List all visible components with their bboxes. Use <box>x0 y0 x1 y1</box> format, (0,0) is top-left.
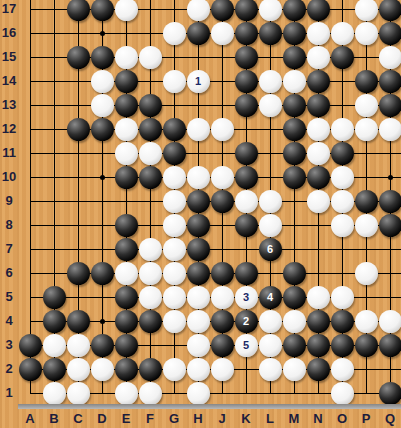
intersection-L11[interactable] <box>258 141 282 165</box>
stone-white-G5[interactable] <box>163 286 186 309</box>
intersection-K16[interactable] <box>234 21 258 45</box>
intersection-N10[interactable] <box>306 165 330 189</box>
stone-white-N15[interactable] <box>307 46 330 69</box>
intersection-C2[interactable] <box>66 357 90 381</box>
intersection-C8[interactable] <box>66 213 90 237</box>
intersection-A11[interactable] <box>18 141 42 165</box>
intersection-J16[interactable] <box>210 21 234 45</box>
intersection-Q12[interactable] <box>378 117 401 141</box>
intersection-G9[interactable] <box>162 189 186 213</box>
intersection-H2[interactable] <box>186 357 210 381</box>
intersection-N1[interactable] <box>306 381 330 405</box>
stone-black-K13[interactable] <box>235 94 258 117</box>
stone-white-Q15[interactable] <box>379 46 401 69</box>
intersection-D2[interactable] <box>90 357 114 381</box>
intersection-K8[interactable] <box>234 213 258 237</box>
stone-black-C15[interactable] <box>67 46 90 69</box>
intersection-B4[interactable] <box>42 309 66 333</box>
stone-white-M2[interactable] <box>283 358 306 381</box>
stone-white-P13[interactable] <box>355 94 378 117</box>
stone-white-E11[interactable] <box>115 142 138 165</box>
stone-white-P17[interactable] <box>355 0 378 21</box>
stone-black-N17[interactable] <box>307 0 330 21</box>
stone-white-E15[interactable] <box>115 46 138 69</box>
intersection-G7[interactable] <box>162 237 186 261</box>
stone-black-Q17[interactable] <box>379 0 401 21</box>
stone-black-D3[interactable] <box>91 334 114 357</box>
stone-black-C6[interactable] <box>67 262 90 285</box>
stone-white-G6[interactable] <box>163 262 186 285</box>
intersection-F9[interactable] <box>138 189 162 213</box>
stone-white-L2[interactable] <box>259 358 282 381</box>
intersection-H17[interactable] <box>186 0 210 21</box>
intersection-F16[interactable] <box>138 21 162 45</box>
intersection-L16[interactable] <box>258 21 282 45</box>
intersection-M12[interactable] <box>282 117 306 141</box>
stone-black-L5[interactable]: 4 <box>259 286 282 309</box>
intersection-H4[interactable] <box>186 309 210 333</box>
intersection-A3[interactable] <box>18 333 42 357</box>
stone-white-L17[interactable] <box>259 0 282 21</box>
stone-white-D14[interactable] <box>91 70 114 93</box>
intersection-K1[interactable] <box>234 381 258 405</box>
stone-black-N10[interactable] <box>307 166 330 189</box>
intersection-A1[interactable] <box>18 381 42 405</box>
intersection-M16[interactable] <box>282 21 306 45</box>
intersection-O9[interactable] <box>330 189 354 213</box>
intersection-M10[interactable] <box>282 165 306 189</box>
stone-white-L14[interactable] <box>259 70 282 93</box>
intersection-F2[interactable] <box>138 357 162 381</box>
stone-black-Q16[interactable] <box>379 22 401 45</box>
intersection-J10[interactable] <box>210 165 234 189</box>
stone-black-E13[interactable] <box>115 94 138 117</box>
intersection-J12[interactable] <box>210 117 234 141</box>
intersection-N5[interactable] <box>306 285 330 309</box>
intersection-A17[interactable] <box>18 0 42 21</box>
intersection-K17[interactable] <box>234 0 258 21</box>
stone-white-N11[interactable] <box>307 142 330 165</box>
stone-white-F11[interactable] <box>139 142 162 165</box>
intersection-D10[interactable] <box>90 165 114 189</box>
intersection-J3[interactable] <box>210 333 234 357</box>
intersection-H9[interactable] <box>186 189 210 213</box>
intersection-Q9[interactable] <box>378 189 401 213</box>
stone-black-Q13[interactable] <box>379 94 401 117</box>
intersection-E3[interactable] <box>114 333 138 357</box>
intersection-Q11[interactable] <box>378 141 401 165</box>
intersection-N2[interactable] <box>306 357 330 381</box>
intersection-M5[interactable] <box>282 285 306 309</box>
intersection-B15[interactable] <box>42 45 66 69</box>
intersection-O7[interactable] <box>330 237 354 261</box>
stone-white-L4[interactable] <box>259 310 282 333</box>
stone-white-E6[interactable] <box>115 262 138 285</box>
stone-white-N16[interactable] <box>307 22 330 45</box>
intersection-Q16[interactable] <box>378 21 401 45</box>
stone-white-Q4[interactable] <box>379 310 401 333</box>
intersection-D13[interactable] <box>90 93 114 117</box>
stone-black-O11[interactable] <box>331 142 354 165</box>
intersection-B6[interactable] <box>42 261 66 285</box>
intersection-A16[interactable] <box>18 21 42 45</box>
intersection-Q17[interactable] <box>378 0 401 21</box>
stone-white-B3[interactable] <box>43 334 66 357</box>
stone-black-E14[interactable] <box>115 70 138 93</box>
stone-white-F7[interactable] <box>139 238 162 261</box>
stone-black-G11[interactable] <box>163 142 186 165</box>
intersection-D8[interactable] <box>90 213 114 237</box>
intersection-G12[interactable] <box>162 117 186 141</box>
stone-black-Q14[interactable] <box>379 70 401 93</box>
intersection-K11[interactable] <box>234 141 258 165</box>
intersection-J7[interactable] <box>210 237 234 261</box>
intersection-H13[interactable] <box>186 93 210 117</box>
stone-black-D17[interactable] <box>91 0 114 21</box>
intersection-M14[interactable] <box>282 69 306 93</box>
intersection-N4[interactable] <box>306 309 330 333</box>
intersection-L12[interactable] <box>258 117 282 141</box>
intersection-D16[interactable] <box>90 21 114 45</box>
stone-white-K3[interactable]: 5 <box>235 334 258 357</box>
intersection-E11[interactable] <box>114 141 138 165</box>
stone-black-M12[interactable] <box>283 118 306 141</box>
intersection-M17[interactable] <box>282 0 306 21</box>
intersection-H14[interactable]: 1 <box>186 69 210 93</box>
stone-black-D15[interactable] <box>91 46 114 69</box>
stone-black-K16[interactable] <box>235 22 258 45</box>
stone-white-E12[interactable] <box>115 118 138 141</box>
intersection-H12[interactable] <box>186 117 210 141</box>
stone-black-Q9[interactable] <box>379 190 401 213</box>
stone-white-M4[interactable] <box>283 310 306 333</box>
stone-black-J3[interactable] <box>211 334 234 357</box>
stone-black-H9[interactable] <box>187 190 210 213</box>
intersection-P7[interactable] <box>354 237 378 261</box>
intersection-D7[interactable] <box>90 237 114 261</box>
intersection-H6[interactable] <box>186 261 210 285</box>
intersection-G13[interactable] <box>162 93 186 117</box>
intersection-Q5[interactable] <box>378 285 401 309</box>
stone-white-G10[interactable] <box>163 166 186 189</box>
intersection-M2[interactable] <box>282 357 306 381</box>
stone-black-N4[interactable] <box>307 310 330 333</box>
intersection-L13[interactable] <box>258 93 282 117</box>
stone-white-J5[interactable] <box>211 286 234 309</box>
intersection-D1[interactable] <box>90 381 114 405</box>
intersection-O4[interactable] <box>330 309 354 333</box>
stone-black-J9[interactable] <box>211 190 234 213</box>
intersection-N12[interactable] <box>306 117 330 141</box>
intersection-C3[interactable] <box>66 333 90 357</box>
stone-white-G16[interactable] <box>163 22 186 45</box>
intersection-A4[interactable] <box>18 309 42 333</box>
intersection-J1[interactable] <box>210 381 234 405</box>
stone-white-J16[interactable] <box>211 22 234 45</box>
stone-white-O8[interactable] <box>331 214 354 237</box>
stone-black-M13[interactable] <box>283 94 306 117</box>
stone-black-J6[interactable] <box>211 262 234 285</box>
intersection-O8[interactable] <box>330 213 354 237</box>
stone-black-B5[interactable] <box>43 286 66 309</box>
intersection-G3[interactable] <box>162 333 186 357</box>
stone-white-G2[interactable] <box>163 358 186 381</box>
intersection-A12[interactable] <box>18 117 42 141</box>
intersection-P5[interactable] <box>354 285 378 309</box>
intersection-B8[interactable] <box>42 213 66 237</box>
intersection-L8[interactable] <box>258 213 282 237</box>
stone-white-O9[interactable] <box>331 190 354 213</box>
intersection-E1[interactable] <box>114 381 138 405</box>
stone-black-M11[interactable] <box>283 142 306 165</box>
intersection-C4[interactable] <box>66 309 90 333</box>
intersection-Q10[interactable] <box>378 165 401 189</box>
stone-white-E17[interactable] <box>115 0 138 21</box>
stone-black-F10[interactable] <box>139 166 162 189</box>
intersection-C13[interactable] <box>66 93 90 117</box>
intersection-K15[interactable] <box>234 45 258 69</box>
stone-black-K11[interactable] <box>235 142 258 165</box>
stone-black-O4[interactable] <box>331 310 354 333</box>
intersection-E4[interactable] <box>114 309 138 333</box>
stone-white-P16[interactable] <box>355 22 378 45</box>
stone-white-H17[interactable] <box>187 0 210 21</box>
stone-black-A2[interactable] <box>19 358 42 381</box>
stone-black-Q3[interactable] <box>379 334 401 357</box>
stone-black-N2[interactable] <box>307 358 330 381</box>
intersection-A8[interactable] <box>18 213 42 237</box>
stone-white-O1[interactable] <box>331 382 354 405</box>
intersection-B10[interactable] <box>42 165 66 189</box>
intersection-M1[interactable] <box>282 381 306 405</box>
intersection-A2[interactable] <box>18 357 42 381</box>
stone-white-O12[interactable] <box>331 118 354 141</box>
intersection-K13[interactable] <box>234 93 258 117</box>
intersection-F6[interactable] <box>138 261 162 285</box>
intersection-C10[interactable] <box>66 165 90 189</box>
intersection-N6[interactable] <box>306 261 330 285</box>
intersection-E13[interactable] <box>114 93 138 117</box>
intersection-B14[interactable] <box>42 69 66 93</box>
stone-white-C1[interactable] <box>67 382 90 405</box>
stone-white-F5[interactable] <box>139 286 162 309</box>
stone-white-L13[interactable] <box>259 94 282 117</box>
intersection-B3[interactable] <box>42 333 66 357</box>
stone-black-K15[interactable] <box>235 46 258 69</box>
stone-white-C3[interactable] <box>67 334 90 357</box>
intersection-A6[interactable] <box>18 261 42 285</box>
intersection-D5[interactable] <box>90 285 114 309</box>
stone-white-P4[interactable] <box>355 310 378 333</box>
intersection-J8[interactable] <box>210 213 234 237</box>
intersection-D12[interactable] <box>90 117 114 141</box>
intersection-L17[interactable] <box>258 0 282 21</box>
intersection-O3[interactable] <box>330 333 354 357</box>
intersection-G8[interactable] <box>162 213 186 237</box>
intersection-D17[interactable] <box>90 0 114 21</box>
stone-black-M3[interactable] <box>283 334 306 357</box>
stone-black-P9[interactable] <box>355 190 378 213</box>
intersection-M8[interactable] <box>282 213 306 237</box>
intersection-M11[interactable] <box>282 141 306 165</box>
intersection-J14[interactable] <box>210 69 234 93</box>
intersection-K3[interactable]: 5 <box>234 333 258 357</box>
intersection-G14[interactable] <box>162 69 186 93</box>
stone-white-E1[interactable] <box>115 382 138 405</box>
stone-black-H7[interactable] <box>187 238 210 261</box>
intersection-M3[interactable] <box>282 333 306 357</box>
intersection-D6[interactable] <box>90 261 114 285</box>
intersection-K5[interactable]: 3 <box>234 285 258 309</box>
intersection-D15[interactable] <box>90 45 114 69</box>
intersection-C12[interactable] <box>66 117 90 141</box>
intersection-A5[interactable] <box>18 285 42 309</box>
intersection-Q13[interactable] <box>378 93 401 117</box>
stone-white-D13[interactable] <box>91 94 114 117</box>
stone-white-H10[interactable] <box>187 166 210 189</box>
intersection-J2[interactable] <box>210 357 234 381</box>
intersection-P4[interactable] <box>354 309 378 333</box>
stone-black-C12[interactable] <box>67 118 90 141</box>
intersection-D9[interactable] <box>90 189 114 213</box>
intersection-F11[interactable] <box>138 141 162 165</box>
intersection-M7[interactable] <box>282 237 306 261</box>
intersection-Q3[interactable] <box>378 333 401 357</box>
stone-black-K8[interactable] <box>235 214 258 237</box>
intersection-M6[interactable] <box>282 261 306 285</box>
intersection-B17[interactable] <box>42 0 66 21</box>
intersection-F15[interactable] <box>138 45 162 69</box>
intersection-O5[interactable] <box>330 285 354 309</box>
intersection-A15[interactable] <box>18 45 42 69</box>
stone-white-Q12[interactable] <box>379 118 401 141</box>
intersection-P17[interactable] <box>354 0 378 21</box>
stone-black-L16[interactable] <box>259 22 282 45</box>
intersection-D14[interactable] <box>90 69 114 93</box>
intersection-K9[interactable] <box>234 189 258 213</box>
intersection-K14[interactable] <box>234 69 258 93</box>
intersection-D11[interactable] <box>90 141 114 165</box>
intersection-F8[interactable] <box>138 213 162 237</box>
intersection-N15[interactable] <box>306 45 330 69</box>
intersection-B9[interactable] <box>42 189 66 213</box>
intersection-Q2[interactable] <box>378 357 401 381</box>
stone-black-F13[interactable] <box>139 94 162 117</box>
intersection-G16[interactable] <box>162 21 186 45</box>
stone-black-E3[interactable] <box>115 334 138 357</box>
stone-white-O16[interactable] <box>331 22 354 45</box>
stone-black-B2[interactable] <box>43 358 66 381</box>
stone-white-B1[interactable] <box>43 382 66 405</box>
stone-white-P6[interactable] <box>355 262 378 285</box>
intersection-O1[interactable] <box>330 381 354 405</box>
intersection-P8[interactable] <box>354 213 378 237</box>
stone-white-H5[interactable] <box>187 286 210 309</box>
intersection-P6[interactable] <box>354 261 378 285</box>
intersection-C15[interactable] <box>66 45 90 69</box>
intersection-O14[interactable] <box>330 69 354 93</box>
stone-white-O10[interactable] <box>331 166 354 189</box>
intersection-L10[interactable] <box>258 165 282 189</box>
intersection-N14[interactable] <box>306 69 330 93</box>
intersection-F12[interactable] <box>138 117 162 141</box>
stone-white-O2[interactable] <box>331 358 354 381</box>
intersection-B2[interactable] <box>42 357 66 381</box>
intersection-P9[interactable] <box>354 189 378 213</box>
intersection-P13[interactable] <box>354 93 378 117</box>
intersection-L14[interactable] <box>258 69 282 93</box>
intersection-K2[interactable] <box>234 357 258 381</box>
stone-black-F2[interactable] <box>139 358 162 381</box>
intersection-N3[interactable] <box>306 333 330 357</box>
stone-black-F4[interactable] <box>139 310 162 333</box>
intersection-C7[interactable] <box>66 237 90 261</box>
intersection-A7[interactable] <box>18 237 42 261</box>
intersection-G15[interactable] <box>162 45 186 69</box>
stone-black-Q8[interactable] <box>379 214 401 237</box>
stone-black-P3[interactable] <box>355 334 378 357</box>
goban[interactable]: 163425 1716151413121110987654321 ABCDEFG… <box>0 0 401 428</box>
intersection-J5[interactable] <box>210 285 234 309</box>
stone-white-H1[interactable] <box>187 382 210 405</box>
intersection-Q6[interactable] <box>378 261 401 285</box>
stone-black-N14[interactable] <box>307 70 330 93</box>
stone-black-B4[interactable] <box>43 310 66 333</box>
intersection-N11[interactable] <box>306 141 330 165</box>
intersection-F10[interactable] <box>138 165 162 189</box>
stone-white-K9[interactable] <box>235 190 258 213</box>
stone-black-K14[interactable] <box>235 70 258 93</box>
intersection-M9[interactable] <box>282 189 306 213</box>
stone-black-N13[interactable] <box>307 94 330 117</box>
intersection-O16[interactable] <box>330 21 354 45</box>
intersection-H3[interactable] <box>186 333 210 357</box>
intersection-C14[interactable] <box>66 69 90 93</box>
intersection-G10[interactable] <box>162 165 186 189</box>
intersection-K12[interactable] <box>234 117 258 141</box>
stone-black-K10[interactable] <box>235 166 258 189</box>
stone-white-C2[interactable] <box>67 358 90 381</box>
stone-black-K4[interactable]: 2 <box>235 310 258 333</box>
stone-black-E4[interactable] <box>115 310 138 333</box>
intersection-P10[interactable] <box>354 165 378 189</box>
stone-black-M5[interactable] <box>283 286 306 309</box>
intersection-E16[interactable] <box>114 21 138 45</box>
intersection-Q8[interactable] <box>378 213 401 237</box>
intersection-K6[interactable] <box>234 261 258 285</box>
intersection-P3[interactable] <box>354 333 378 357</box>
intersection-C6[interactable] <box>66 261 90 285</box>
stone-black-H16[interactable] <box>187 22 210 45</box>
stone-white-J2[interactable] <box>211 358 234 381</box>
intersection-P11[interactable] <box>354 141 378 165</box>
stone-white-F15[interactable] <box>139 46 162 69</box>
intersection-E14[interactable] <box>114 69 138 93</box>
intersection-F13[interactable] <box>138 93 162 117</box>
intersection-G17[interactable] <box>162 0 186 21</box>
intersection-M4[interactable] <box>282 309 306 333</box>
stone-white-D2[interactable] <box>91 358 114 381</box>
stone-white-L8[interactable] <box>259 214 282 237</box>
intersection-H16[interactable] <box>186 21 210 45</box>
stone-white-F1[interactable] <box>139 382 162 405</box>
intersection-E17[interactable] <box>114 0 138 21</box>
stone-black-E8[interactable] <box>115 214 138 237</box>
intersection-P15[interactable] <box>354 45 378 69</box>
stone-black-E10[interactable] <box>115 166 138 189</box>
intersection-J17[interactable] <box>210 0 234 21</box>
stone-black-Q1[interactable] <box>379 382 401 405</box>
